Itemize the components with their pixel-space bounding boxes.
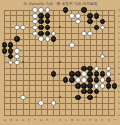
- white-stone: [100, 25, 106, 31]
- white-stone: [45, 7, 51, 13]
- black-stone: [8, 54, 14, 60]
- black-stone: [94, 13, 100, 19]
- board-horizontal-line: [4, 109, 115, 110]
- black-stone: [75, 71, 81, 77]
- column-label: G: [40, 119, 43, 121]
- game-title: 白 AlphaGo 九段 - 黑 李世石 九段 白中盘胜: [0, 0, 120, 8]
- black-stone: [106, 77, 112, 83]
- row-label: 14: [118, 38, 120, 40]
- white-stone: [81, 31, 87, 37]
- white-stone: [14, 48, 20, 54]
- white-stone: [14, 54, 20, 60]
- column-label: D: [21, 119, 24, 121]
- white-stone: [100, 77, 106, 83]
- column-label: P: [89, 119, 92, 121]
- black-stone: [87, 89, 93, 95]
- black-stone: [2, 42, 8, 48]
- white-stone: [51, 100, 57, 106]
- board-vertical-line: [108, 10, 109, 116]
- column-label: B: [9, 119, 12, 121]
- black-stone: [45, 19, 51, 25]
- black-stone: [94, 71, 100, 77]
- black-stone: [63, 77, 69, 83]
- white-stone: [32, 31, 38, 37]
- black-stone: [81, 83, 87, 89]
- column-label: R: [101, 119, 104, 121]
- black-stone: [45, 13, 51, 19]
- white-stone: [32, 13, 38, 19]
- black-stone: [94, 89, 100, 95]
- black-stone: [112, 83, 118, 89]
- black-stone: [87, 13, 93, 19]
- row-label: 8: [118, 73, 120, 75]
- column-label: C: [15, 119, 18, 121]
- row-label: 15: [118, 32, 120, 34]
- black-stone: [106, 83, 112, 89]
- row-label: 11: [118, 56, 120, 58]
- white-stone: [106, 66, 112, 72]
- white-stone: [14, 60, 20, 66]
- black-stone: [69, 71, 75, 77]
- white-stone: [8, 60, 14, 66]
- white-stone: [38, 100, 44, 106]
- column-label: S: [107, 119, 110, 121]
- board-vertical-line: [84, 10, 85, 116]
- black-stone: [8, 48, 14, 54]
- white-stone: [38, 36, 44, 42]
- row-label: 5: [118, 91, 120, 93]
- black-stone: [87, 19, 93, 25]
- row-label: 1: [118, 114, 120, 116]
- black-stone: [81, 66, 87, 72]
- white-stone: [87, 31, 93, 37]
- white-stone: [94, 66, 100, 72]
- black-stone: [38, 19, 44, 25]
- white-stone: [38, 7, 44, 13]
- row-label: 19: [118, 9, 120, 11]
- board-horizontal-line: [4, 103, 115, 104]
- column-label: H: [46, 119, 49, 121]
- black-stone: [63, 7, 69, 13]
- column-label: N: [76, 119, 79, 121]
- black-stone: [38, 31, 44, 37]
- white-stone: [32, 19, 38, 25]
- black-stone: [87, 71, 93, 77]
- white-stone: [75, 77, 81, 83]
- black-stone: [45, 31, 51, 37]
- white-stone: [75, 19, 81, 25]
- black-stone: [45, 25, 51, 31]
- game-title-text: 白 AlphaGo 九段 - 黑 李世石 九段 白中盘胜: [23, 1, 97, 7]
- white-stone: [100, 83, 106, 89]
- row-label: 17: [118, 21, 120, 23]
- white-stone: [100, 54, 106, 60]
- row-label: 16: [118, 27, 120, 29]
- row-label: 9: [118, 67, 120, 69]
- white-stone: [32, 7, 38, 13]
- row-label: 10: [118, 62, 120, 64]
- black-stone: [51, 36, 57, 42]
- black-stone: [81, 7, 87, 13]
- white-stone: [75, 13, 81, 19]
- black-stone: [38, 13, 44, 19]
- column-label: L: [64, 119, 67, 121]
- board-vertical-line: [114, 10, 115, 116]
- column-label: J: [52, 119, 55, 121]
- black-stone: [100, 19, 106, 25]
- white-stone: [20, 25, 26, 31]
- black-stone: [94, 25, 100, 31]
- black-stone: [51, 71, 57, 77]
- row-label: 4: [118, 96, 120, 98]
- white-stone: [81, 71, 87, 77]
- row-label: 7: [118, 79, 120, 81]
- column-label: O: [83, 119, 86, 121]
- row-label: 6: [118, 85, 120, 87]
- black-stone: [81, 89, 87, 95]
- white-stone: [69, 13, 75, 19]
- black-stone: [87, 77, 93, 83]
- board-horizontal-line: [4, 115, 115, 116]
- white-stone: [81, 77, 87, 83]
- white-stone: [20, 95, 26, 101]
- column-label: E: [28, 119, 31, 121]
- white-stone: [45, 36, 51, 42]
- board-vertical-line: [65, 10, 66, 116]
- white-stone: [69, 42, 75, 48]
- white-stone: [94, 83, 100, 89]
- white-stone: [14, 25, 20, 31]
- black-stone: [8, 42, 14, 48]
- go-game-diagram: 白 AlphaGo 九段 - 黑 李世石 九段 白中盘胜 ABCDEFGHJKL…: [0, 0, 120, 125]
- row-label: 18: [118, 15, 120, 17]
- row-label: 13: [118, 44, 120, 46]
- black-stone: [14, 36, 20, 42]
- column-label: F: [34, 119, 37, 121]
- black-stone: [100, 71, 106, 77]
- column-label: T: [113, 119, 116, 121]
- black-stone: [87, 95, 93, 101]
- row-label: 2: [118, 108, 120, 110]
- black-stone: [75, 95, 81, 101]
- row-label: 12: [118, 50, 120, 52]
- black-stone: [87, 66, 93, 72]
- black-stone: [94, 77, 100, 83]
- white-stone: [32, 25, 38, 31]
- black-stone: [75, 83, 81, 89]
- black-stone: [87, 83, 93, 89]
- column-label: K: [58, 119, 61, 121]
- black-stone: [38, 25, 44, 31]
- column-label: M: [70, 119, 73, 121]
- row-label: 3: [118, 102, 120, 104]
- column-label: Q: [95, 119, 98, 121]
- column-label: A: [3, 119, 6, 121]
- white-stone: [106, 71, 112, 77]
- white-stone: [51, 31, 57, 37]
- black-stone: [69, 77, 75, 83]
- black-stone: [2, 48, 8, 54]
- board-vertical-line: [71, 10, 72, 116]
